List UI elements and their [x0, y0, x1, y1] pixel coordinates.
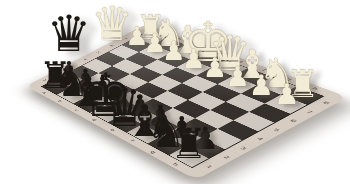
coordinate-label: 7: [302, 109, 317, 116]
coordinate-label: 2: [219, 154, 234, 162]
coordinate-label: 1: [202, 163, 216, 171]
coordinate-label: 4: [252, 136, 267, 143]
coordinate-label: 3: [236, 145, 251, 152]
playing-area: [41, 31, 324, 168]
coordinate-label: 8: [318, 100, 334, 107]
coordinate-label: 6: [285, 118, 300, 125]
chess-set-photo: aa88bb77cc66dd55ee44ff33gg22hh11 ♜♛♞♟♛♟♝…: [0, 0, 350, 184]
extra-black-queen: ♛: [44, 9, 94, 59]
chessboard: aa88bb77cc66dd55ee44ff33gg22hh11: [26, 24, 348, 180]
coordinate-label: 5: [269, 127, 284, 134]
